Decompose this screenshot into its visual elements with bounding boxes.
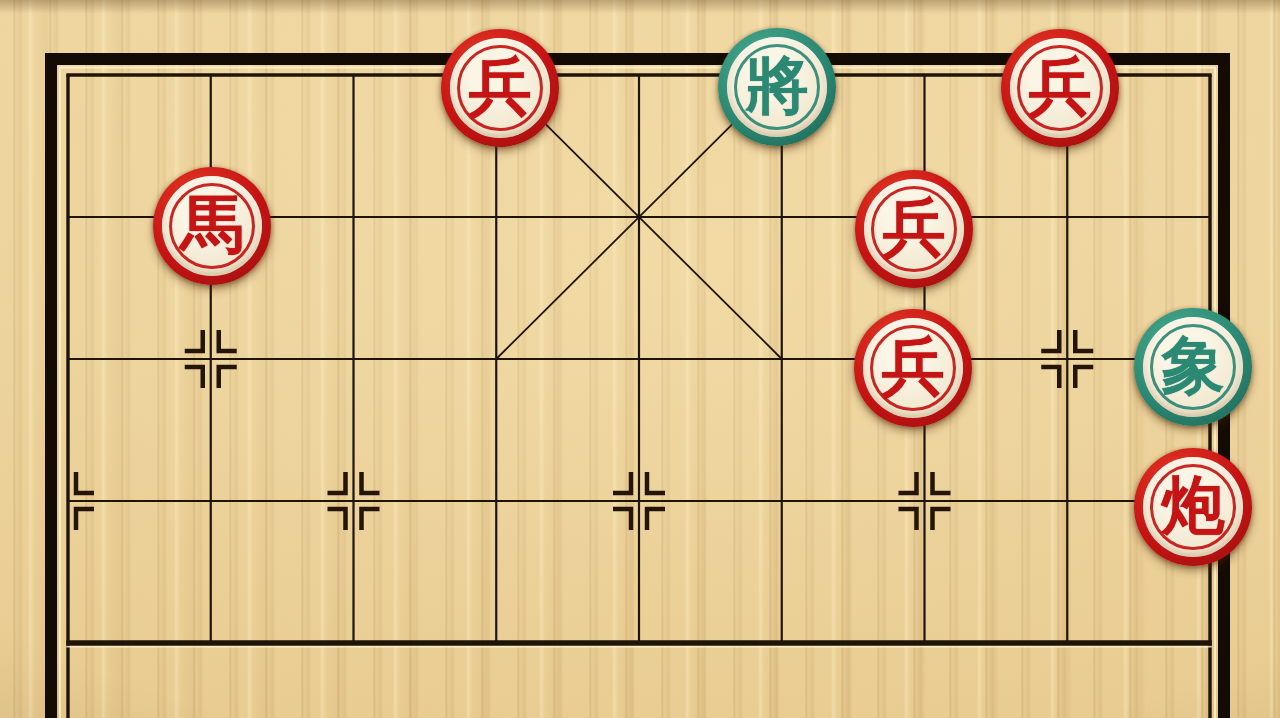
piece-glyph-red-soldier-3: 兵 [855,170,973,288]
piece-glyph-red-soldier-4: 兵 [854,309,972,427]
piece-glyph-red-soldier-2: 兵 [1001,29,1119,147]
xiangqi-board: 兵將兵馬兵兵象炮 [0,0,1280,718]
piece-glyph-red-cannon: 炮 [1134,448,1252,566]
piece-glyph-black-elephant: 象 [1134,308,1252,426]
piece-glyph-red-soldier-1: 兵 [441,29,559,147]
piece-red-soldier-1[interactable]: 兵 [441,29,559,147]
piece-black-elephant[interactable]: 象 [1134,308,1252,426]
piece-glyph-red-horse: 馬 [153,167,271,285]
piece-red-soldier-2[interactable]: 兵 [1001,29,1119,147]
piece-red-horse[interactable]: 馬 [153,167,271,285]
pieces-layer: 兵將兵馬兵兵象炮 [0,0,1280,718]
piece-red-soldier-3[interactable]: 兵 [855,170,973,288]
piece-red-cannon[interactable]: 炮 [1134,448,1252,566]
piece-black-general[interactable]: 將 [718,28,836,146]
piece-glyph-black-general: 將 [718,28,836,146]
piece-red-soldier-4[interactable]: 兵 [854,309,972,427]
